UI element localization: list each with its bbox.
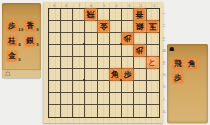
board-square-4九[interactable]	[110, 105, 122, 117]
board-square-9四[interactable]	[49, 45, 61, 57]
hand-piece-gote-歩[interactable]: 歩	[7, 21, 17, 31]
board-square-1八[interactable]	[147, 93, 159, 105]
piece-sente-歩-3六[interactable]: 歩	[122, 69, 133, 80]
board-square-7五[interactable]	[73, 57, 85, 69]
board-square-9三[interactable]	[49, 33, 61, 45]
board-square-3八[interactable]	[122, 93, 134, 105]
board-square-3一[interactable]	[122, 9, 134, 21]
board-square-3二[interactable]	[122, 21, 134, 33]
board-square-9五[interactable]	[49, 57, 61, 69]
board-square-5五[interactable]	[98, 57, 110, 69]
board-square-7八[interactable]	[73, 93, 85, 105]
board-square-7九[interactable]	[73, 105, 85, 117]
piece-sente-角-4六[interactable]: 角	[110, 69, 121, 80]
board-square-3五[interactable]	[122, 57, 134, 69]
file-coordinates: 987654321	[48, 2, 161, 8]
piece-sente-と-1五[interactable]: と	[147, 57, 158, 68]
board-square-3九[interactable]	[122, 105, 134, 117]
sente-hand-stand: ☗ 飛角歩	[167, 44, 208, 123]
hand-piece-sente-飛[interactable]: 飛	[173, 59, 183, 69]
board-square-3四[interactable]	[122, 45, 134, 57]
board-square-4五[interactable]	[110, 57, 122, 69]
piece-gote-銀-2二[interactable]: 銀	[134, 21, 145, 32]
board-square-8六[interactable]	[61, 69, 73, 81]
board-square-8四[interactable]	[61, 45, 73, 57]
board-square-9七[interactable]	[49, 81, 61, 93]
hand-piece-sente-歩[interactable]: 歩	[173, 73, 183, 83]
shogi-board: 987654321 一二三四五六七八九 飛香金銀玉歩歩と角歩	[43, 2, 163, 123]
board-square-1九[interactable]	[147, 105, 159, 117]
board-square-7一[interactable]	[73, 9, 85, 21]
board-square-5一[interactable]	[98, 9, 110, 21]
piece-gote-歩-2四[interactable]: 歩	[134, 45, 145, 56]
board-square-5八[interactable]	[98, 93, 110, 105]
rank-label: 二	[162, 23, 166, 30]
board-square-6七[interactable]	[85, 81, 97, 93]
board-square-8九[interactable]	[61, 105, 73, 117]
board-square-5四[interactable]	[98, 45, 110, 57]
hand-piece-gote-銀[interactable]: 銀	[25, 36, 35, 46]
piece-gote-玉-1二[interactable]: 玉	[147, 21, 158, 32]
board-square-5三[interactable]	[98, 33, 110, 45]
board-square-4八[interactable]	[110, 93, 122, 105]
piece-gote-金-5二[interactable]: 金	[98, 21, 109, 32]
board-square-6五[interactable]	[85, 57, 97, 69]
board-square-7七[interactable]	[73, 81, 85, 93]
hand-piece-gote-金[interactable]: 金	[7, 51, 17, 61]
board-square-6八[interactable]	[85, 93, 97, 105]
board-square-6四[interactable]	[85, 45, 97, 57]
board-square-1六[interactable]	[147, 69, 159, 81]
rank-label: 三	[162, 35, 166, 42]
sente-turn-icon: ☗	[169, 45, 174, 52]
gote-hand-stand: 歩13香3桂4銀3金3 ☖	[2, 3, 41, 78]
board-square-9一[interactable]	[49, 9, 61, 21]
board-square-6九[interactable]	[85, 105, 97, 117]
hand-piece-count: 3	[36, 42, 39, 47]
hand-piece-count: 3	[36, 27, 39, 32]
rank-label: 六	[162, 72, 166, 79]
board-square-6二[interactable]	[85, 21, 97, 33]
board-square-4一[interactable]	[110, 9, 122, 21]
board-square-1一[interactable]	[147, 9, 159, 21]
board-square-3七[interactable]	[122, 81, 134, 93]
board-square-4七[interactable]	[110, 81, 122, 93]
board-square-1四[interactable]	[147, 45, 159, 57]
board-square-8一[interactable]	[61, 9, 73, 21]
board-square-2三[interactable]	[134, 33, 146, 45]
board-square-5六[interactable]	[98, 69, 110, 81]
gote-turn-icon: ☖	[5, 70, 10, 77]
board-square-9六[interactable]	[49, 69, 61, 81]
rank-label: 九	[162, 108, 166, 115]
gote-stand-ledge: ☖	[2, 69, 41, 78]
board-square-8七[interactable]	[61, 81, 73, 93]
rank-label: 四	[162, 47, 166, 54]
board-square-5九[interactable]	[98, 105, 110, 117]
hand-piece-gote-桂[interactable]: 桂	[7, 36, 17, 46]
board-square-4四[interactable]	[110, 45, 122, 57]
board-square-2八[interactable]	[134, 93, 146, 105]
rank-label: 七	[162, 84, 166, 91]
board-square-6三[interactable]	[85, 33, 97, 45]
board-square-4二[interactable]	[110, 21, 122, 33]
board-square-8三[interactable]	[61, 33, 73, 45]
rank-label: 五	[162, 59, 166, 66]
board-square-9九[interactable]	[49, 105, 61, 117]
hand-piece-count: 13	[18, 27, 24, 32]
board-square-8八[interactable]	[61, 93, 73, 105]
board-square-5七[interactable]	[98, 81, 110, 93]
rank-label: 一	[162, 11, 166, 18]
board-square-9二[interactable]	[49, 21, 61, 33]
board-square-7二[interactable]	[73, 21, 85, 33]
rank-coordinates: 一二三四五六七八九	[161, 8, 167, 118]
board-square-8五[interactable]	[61, 57, 73, 69]
hand-piece-gote-香[interactable]: 香	[25, 21, 35, 31]
board-square-2五[interactable]	[134, 57, 146, 69]
rank-label: 八	[162, 96, 166, 103]
board-square-2九[interactable]	[134, 105, 146, 117]
board-square-1三[interactable]	[147, 33, 159, 45]
piece-gote-飛-6一[interactable]: 飛	[85, 9, 96, 20]
piece-gote-香-2一[interactable]: 香	[134, 9, 145, 20]
hand-piece-count: 4	[18, 42, 21, 47]
board-square-9八[interactable]	[49, 93, 61, 105]
hand-piece-sente-角[interactable]: 角	[187, 59, 197, 69]
board-square-1七[interactable]	[147, 81, 159, 93]
board-square-2七[interactable]	[134, 81, 146, 93]
board-square-6六[interactable]	[85, 69, 97, 81]
board-square-8二[interactable]	[61, 21, 73, 33]
board-square-2六[interactable]	[134, 69, 146, 81]
piece-gote-歩-3三[interactable]: 歩	[122, 33, 133, 44]
board-square-7四[interactable]	[73, 45, 85, 57]
hand-piece-count: 3	[18, 57, 21, 62]
